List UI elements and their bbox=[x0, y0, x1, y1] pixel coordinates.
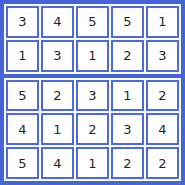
cell-r5c1[interactable]: 5 bbox=[6, 147, 39, 179]
cell-r1c3[interactable]: 5 bbox=[76, 6, 109, 38]
cell-r4c2[interactable]: 1 bbox=[41, 113, 74, 145]
cell-r4c3[interactable]: 2 bbox=[76, 113, 109, 145]
cell-r5c3[interactable]: 1 bbox=[76, 147, 109, 179]
cell-r3c3[interactable]: 3 bbox=[76, 80, 109, 112]
cell-r5c2[interactable]: 4 bbox=[41, 147, 74, 179]
cell-r4c1[interactable]: 4 bbox=[6, 113, 39, 145]
board-row-1: 34551 bbox=[4, 6, 181, 38]
board-row-4: 41234 bbox=[4, 113, 181, 145]
cell-r1c5[interactable]: 1 bbox=[146, 6, 179, 38]
cell-r3c5[interactable]: 2 bbox=[146, 80, 179, 112]
cell-r2c2[interactable]: 3 bbox=[41, 40, 74, 72]
cell-r1c2[interactable]: 4 bbox=[41, 6, 74, 38]
board-row-2: 13123 bbox=[4, 40, 181, 72]
cell-r2c4[interactable]: 2 bbox=[111, 40, 144, 72]
cell-r2c5[interactable]: 3 bbox=[146, 40, 179, 72]
board-row-3: 52312 bbox=[4, 80, 181, 112]
cell-r2c3[interactable]: 1 bbox=[76, 40, 109, 72]
puzzle-board: 3455113123523124123454122 bbox=[0, 0, 185, 185]
cell-r1c4[interactable]: 5 bbox=[111, 6, 144, 38]
cell-r1c1[interactable]: 3 bbox=[6, 6, 39, 38]
cell-r3c4[interactable]: 1 bbox=[111, 80, 144, 112]
cell-r3c1[interactable]: 5 bbox=[6, 80, 39, 112]
cell-r4c4[interactable]: 3 bbox=[111, 113, 144, 145]
cell-r3c2[interactable]: 2 bbox=[41, 80, 74, 112]
cell-r5c5[interactable]: 2 bbox=[146, 147, 179, 179]
row-separator bbox=[4, 74, 181, 78]
board-row-5: 54122 bbox=[4, 147, 181, 179]
cell-r2c1[interactable]: 1 bbox=[6, 40, 39, 72]
cell-r4c5[interactable]: 4 bbox=[146, 113, 179, 145]
cell-r5c4[interactable]: 2 bbox=[111, 147, 144, 179]
